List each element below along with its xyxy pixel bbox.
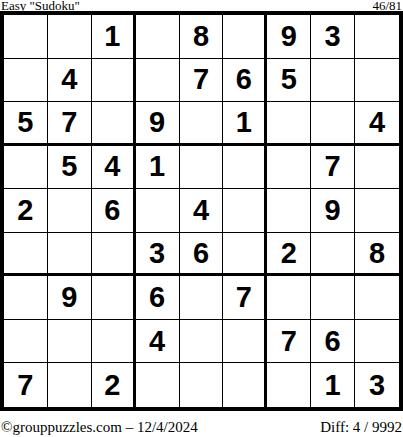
sudoku-cell[interactable] xyxy=(355,15,399,59)
sudoku-cell[interactable]: 6 xyxy=(223,59,267,103)
sudoku-cell[interactable]: 4 xyxy=(180,189,224,233)
sudoku-cell[interactable] xyxy=(48,320,92,364)
sudoku-cell[interactable] xyxy=(180,276,224,320)
sudoku-cell[interactable] xyxy=(180,363,224,407)
sudoku-cell[interactable] xyxy=(355,189,399,233)
sudoku-cell[interactable] xyxy=(223,233,267,277)
sudoku-cell[interactable]: 7 xyxy=(267,320,311,364)
sudoku-cell[interactable]: 9 xyxy=(311,189,355,233)
sudoku-cell[interactable] xyxy=(92,59,136,103)
sudoku-cell[interactable]: 6 xyxy=(311,320,355,364)
difficulty-text: Diff: 4 / 9992 xyxy=(320,419,402,436)
sudoku-cell[interactable] xyxy=(180,146,224,190)
page-footer: ©grouppuzzles.com – 12/4/2024 Diff: 4 / … xyxy=(0,419,403,436)
sudoku-cell[interactable]: 8 xyxy=(180,15,224,59)
sudoku-cell[interactable] xyxy=(136,189,180,233)
sudoku-cell[interactable] xyxy=(355,146,399,190)
sudoku-cell[interactable]: 6 xyxy=(180,233,224,277)
sudoku-cell[interactable] xyxy=(4,276,48,320)
sudoku-cell[interactable] xyxy=(48,189,92,233)
sudoku-cell[interactable]: 2 xyxy=(267,233,311,277)
sudoku-cell[interactable]: 5 xyxy=(267,59,311,103)
sudoku-cell[interactable]: 9 xyxy=(48,276,92,320)
sudoku-cell[interactable] xyxy=(223,363,267,407)
sudoku-cell[interactable]: 1 xyxy=(92,15,136,59)
sudoku-cell[interactable]: 6 xyxy=(136,276,180,320)
sudoku-cell[interactable] xyxy=(223,15,267,59)
sudoku-cell[interactable]: 5 xyxy=(4,102,48,146)
sudoku-cell[interactable]: 8 xyxy=(355,233,399,277)
sudoku-cell[interactable] xyxy=(48,233,92,277)
sudoku-cell[interactable]: 7 xyxy=(311,146,355,190)
sudoku-cell[interactable]: 4 xyxy=(92,146,136,190)
sudoku-cell[interactable] xyxy=(92,276,136,320)
sudoku-cell[interactable] xyxy=(267,189,311,233)
sudoku-cell[interactable] xyxy=(136,15,180,59)
sudoku-cell[interactable]: 9 xyxy=(267,15,311,59)
sudoku-cell[interactable]: 2 xyxy=(92,363,136,407)
sudoku-cell[interactable] xyxy=(355,59,399,103)
sudoku-cell[interactable] xyxy=(355,320,399,364)
sudoku-cell[interactable] xyxy=(267,102,311,146)
sudoku-cell[interactable]: 1 xyxy=(311,363,355,407)
sudoku-cell[interactable] xyxy=(311,102,355,146)
sudoku-cell[interactable] xyxy=(311,233,355,277)
sudoku-cell[interactable] xyxy=(136,59,180,103)
sudoku-cell[interactable] xyxy=(136,363,180,407)
sudoku-cell[interactable] xyxy=(48,363,92,407)
sudoku-cell[interactable] xyxy=(92,102,136,146)
sudoku-cell[interactable]: 2 xyxy=(4,189,48,233)
sudoku-cell[interactable]: 4 xyxy=(355,102,399,146)
sudoku-cell[interactable] xyxy=(48,15,92,59)
sudoku-cell[interactable] xyxy=(223,320,267,364)
sudoku-cell[interactable] xyxy=(223,189,267,233)
sudoku-page: Easy "Sudoku" 46/81 18934765579145417264… xyxy=(0,0,403,437)
sudoku-cell[interactable] xyxy=(4,59,48,103)
sudoku-cell[interactable] xyxy=(311,59,355,103)
sudoku-cell[interactable]: 6 xyxy=(92,189,136,233)
sudoku-cell[interactable]: 7 xyxy=(223,276,267,320)
sudoku-cell[interactable]: 3 xyxy=(355,363,399,407)
sudoku-cell[interactable] xyxy=(4,233,48,277)
sudoku-cell[interactable] xyxy=(92,233,136,277)
sudoku-cell[interactable]: 7 xyxy=(48,102,92,146)
sudoku-cell[interactable] xyxy=(267,146,311,190)
sudoku-cell[interactable]: 7 xyxy=(4,363,48,407)
sudoku-cell[interactable]: 1 xyxy=(223,102,267,146)
sudoku-cell[interactable]: 9 xyxy=(136,102,180,146)
sudoku-cell[interactable]: 7 xyxy=(180,59,224,103)
sudoku-cell[interactable] xyxy=(311,276,355,320)
sudoku-cell[interactable] xyxy=(355,276,399,320)
sudoku-cell[interactable] xyxy=(180,102,224,146)
sudoku-cell[interactable] xyxy=(92,320,136,364)
sudoku-cell[interactable] xyxy=(4,15,48,59)
sudoku-cell[interactable] xyxy=(180,320,224,364)
sudoku-cell[interactable] xyxy=(223,146,267,190)
sudoku-board: 18934765579145417264936289674767213 xyxy=(0,11,403,411)
page-header: Easy "Sudoku" 46/81 xyxy=(0,0,403,11)
sudoku-cell[interactable]: 4 xyxy=(136,320,180,364)
sudoku-cell[interactable]: 3 xyxy=(136,233,180,277)
sudoku-cell[interactable] xyxy=(4,146,48,190)
sudoku-cell[interactable] xyxy=(267,276,311,320)
puzzle-title: Easy "Sudoku" xyxy=(1,0,80,11)
empty-cell-counter: 46/81 xyxy=(372,0,402,11)
sudoku-cell[interactable]: 3 xyxy=(311,15,355,59)
sudoku-cell[interactable]: 1 xyxy=(136,146,180,190)
sudoku-cell[interactable]: 4 xyxy=(48,59,92,103)
sudoku-cell[interactable] xyxy=(4,320,48,364)
sudoku-cell[interactable] xyxy=(267,363,311,407)
sudoku-cell[interactable]: 5 xyxy=(48,146,92,190)
copyright-text: ©grouppuzzles.com – 12/4/2024 xyxy=(1,419,198,436)
